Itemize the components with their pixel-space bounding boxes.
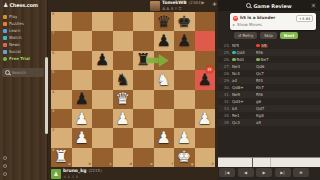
square-g7[interactable]: ♟: [174, 31, 195, 50]
square-h2[interactable]: [195, 128, 216, 147]
black-knight-d5[interactable]: ♞: [116, 71, 130, 87]
square-e6[interactable]: ♜: [133, 51, 154, 70]
social-icon: [3, 50, 7, 54]
move-text: a5: [256, 121, 261, 125]
black-move[interactable]: Kg8: [256, 114, 280, 118]
best-move-icon: [256, 58, 260, 62]
white-pawn-g2[interactable]: ♟: [177, 129, 191, 145]
square-g5[interactable]: [174, 70, 195, 89]
square-f4[interactable]: [154, 90, 175, 109]
show-moves-label: Show Moves: [237, 23, 262, 27]
rank-label: 5: [52, 71, 54, 75]
move-row: 28.Nc4Qc7: [218, 70, 320, 77]
move-text: Ne5: [232, 93, 240, 97]
move-text: Rf6: [256, 93, 263, 97]
square-a5[interactable]: 5: [51, 70, 72, 89]
move-text: Nc4: [232, 72, 240, 76]
square-c2[interactable]: [92, 128, 113, 147]
square-h5[interactable]: ♟: [195, 70, 216, 89]
square-e7[interactable]: [133, 31, 154, 50]
file-label: a: [68, 163, 70, 167]
black-pawn-c6[interactable]: ♟: [95, 52, 109, 68]
blunder-headline: h5 is a blunder: [240, 16, 294, 20]
square-a8[interactable]: 8: [51, 12, 72, 31]
bottom-player-captured-pieces: ♟♟♝♞: [63, 175, 102, 179]
blunder-card: ?? h5 is a blunder +3.84 ▸ Show Moves: [230, 13, 316, 30]
move-text: Ne3: [232, 65, 240, 69]
black-queen-f8[interactable]: ♛: [157, 13, 171, 29]
move-text: a4: [232, 79, 237, 83]
board-flip-icon[interactable]: *: [201, 1, 204, 7]
square-g1[interactable]: g♚: [174, 148, 195, 167]
square-d7[interactable]: [113, 31, 134, 50]
square-h1[interactable]: h: [195, 148, 216, 167]
square-c7[interactable]: [92, 31, 113, 50]
white-pawn-d3[interactable]: ♟: [116, 110, 130, 126]
first-move-button[interactable]: |◀: [219, 168, 235, 177]
search-label: Search: [12, 71, 26, 75]
blunder-card-badge-icon: ??: [233, 16, 238, 21]
move-number: 27.: [220, 64, 232, 69]
bottom-player-rating: (2215): [88, 169, 101, 173]
move-text: Rf4: [256, 79, 263, 83]
white-king-g1[interactable]: ♚: [177, 149, 191, 165]
black-move[interactable]: h5: [256, 44, 280, 48]
black-move[interactable]: a5: [256, 121, 280, 125]
black-king-g8[interactable]: ♚: [177, 13, 191, 29]
square-g8[interactable]: ♚: [174, 12, 195, 31]
white-move[interactable]: Ne5: [232, 93, 256, 97]
square-e4[interactable]: [133, 90, 154, 109]
retry-button[interactable]: ↺ Retry: [234, 32, 257, 39]
square-d2[interactable]: [113, 128, 134, 147]
move-text: Nf5: [232, 44, 239, 48]
black-pawn-g7[interactable]: ♟: [177, 33, 191, 49]
play-icon: [3, 15, 7, 19]
move-text: Kh7: [256, 86, 264, 90]
eval-graph-hover-marker: [270, 158, 271, 167]
square-h8[interactable]: [195, 12, 216, 31]
move-number: 30.: [220, 85, 232, 90]
white-move[interactable]: Rd1: [232, 58, 256, 62]
white-pawn-h3[interactable]: ♟: [198, 110, 212, 126]
eval-graph-current-marker: [252, 158, 253, 167]
square-h3[interactable]: ♟: [195, 109, 216, 128]
watch-icon: [3, 36, 7, 40]
square-d5[interactable]: ♞: [113, 70, 134, 89]
square-b7[interactable]: [72, 31, 93, 50]
white-pawn-b2[interactable]: ♟: [75, 129, 89, 145]
black-pawn-h5[interactable]: ♟: [198, 71, 212, 87]
black-move[interactable]: g6: [256, 100, 280, 104]
panel-title: Game Review: [253, 3, 291, 9]
square-f6[interactable]: [154, 51, 175, 70]
sidebar-item-label: Puzzles: [9, 22, 24, 26]
square-c1[interactable]: c: [92, 148, 113, 167]
square-a7[interactable]: 7: [51, 31, 72, 50]
move-number: 25.: [220, 50, 232, 55]
white-move[interactable]: b4: [232, 107, 256, 111]
move-text: h5: [261, 44, 268, 48]
black-move[interactable]: Ne7: [256, 58, 280, 62]
square-f1[interactable]: f: [154, 148, 175, 167]
move-number: 34.: [220, 113, 232, 118]
white-move[interactable]: Nf5: [232, 44, 256, 48]
next-move-button[interactable]: ▶: [256, 168, 272, 177]
move-text: Ne7: [261, 58, 269, 62]
chesscom-logo[interactable]: ♟ Chess.com: [3, 2, 38, 8]
black-move[interactable]: Qd6: [256, 65, 280, 69]
sidebar-item-language[interactable]: [3, 156, 7, 160]
square-f3[interactable]: [154, 109, 175, 128]
move-text: Qd3+: [232, 100, 244, 104]
puzzles-icon: [3, 22, 7, 26]
move-text: Rd1: [237, 58, 245, 62]
sidebar-item-free-trial[interactable]: Free Trial: [0, 55, 47, 62]
evaluation-graph[interactable]: [218, 157, 320, 167]
sidebar-item-label: News: [9, 43, 20, 47]
square-e1[interactable]: e: [133, 148, 154, 167]
white-move[interactable]: Qc3: [232, 121, 256, 125]
globe-icon: [3, 156, 7, 160]
move-text: Re1: [232, 114, 240, 118]
square-a1[interactable]: 1a♜: [51, 148, 72, 167]
move-number: 32.: [220, 99, 232, 104]
move-row: 34.Re1Kg8: [218, 112, 320, 119]
game-review-panel: Game Review ?? h5 is a blunder +3.84 ▸ S…: [218, 0, 320, 180]
black-pawn-f7[interactable]: ♟: [157, 33, 171, 49]
skip-button[interactable]: Skip: [260, 32, 277, 39]
move-number: 35.: [220, 120, 232, 125]
panel-header: Game Review: [218, 0, 320, 11]
sidebar: ♟ Chess.com PlayPuzzlesLearnWatchNewsSoc…: [0, 0, 48, 180]
sidebar-item-social[interactable]: Social: [0, 48, 47, 55]
square-g6[interactable]: [174, 51, 195, 70]
black-pawn-b4[interactable]: ♟: [75, 91, 89, 107]
news-icon: [3, 43, 7, 47]
black-move[interactable]: Qd7: [256, 107, 280, 111]
settings-icon: [3, 172, 7, 176]
sidebar-menu: PlayPuzzlesLearnWatchNewsSocialFree Tria…: [0, 13, 47, 62]
sidebar-utilities: ?: [3, 156, 7, 176]
trial-icon: [3, 57, 7, 61]
move-row: 26.Rd1Ne7: [218, 56, 320, 63]
file-label: f: [171, 163, 173, 167]
chesscom-game-review-window: ♟ Chess.com PlayPuzzlesLearnWatchNewsSoc…: [0, 0, 320, 180]
white-move[interactable]: Qd4: [232, 51, 256, 55]
file-label: e: [150, 163, 152, 167]
square-g3[interactable]: [174, 109, 195, 128]
rank-label: 2: [52, 129, 54, 133]
rank-label: 4: [52, 91, 54, 95]
square-c4[interactable]: [92, 90, 113, 109]
board-add-icon[interactable]: +: [212, 1, 217, 7]
square-b1[interactable]: b: [72, 148, 93, 167]
white-rook-a1[interactable]: ♜: [54, 149, 68, 165]
logo-text: Chess.com: [9, 2, 37, 8]
move-navigation: |◀◀▶▶|≡: [219, 168, 309, 177]
square-g2[interactable]: ♟: [174, 128, 195, 147]
great-move-icon: [232, 51, 236, 55]
white-move[interactable]: Re1: [232, 114, 256, 118]
move-text: Qd7: [256, 107, 264, 111]
move-row: 25.Qd4Rf6: [218, 49, 320, 56]
move-text: Qd8+: [232, 86, 244, 90]
square-c6[interactable]: ♟: [92, 51, 113, 70]
square-h4[interactable]: [195, 90, 216, 109]
square-c3[interactable]: [92, 109, 113, 128]
sidebar-search[interactable]: Search: [2, 68, 44, 77]
top-player-bar: TomekWB (2384) ♙♙♗♘♖: [150, 0, 202, 12]
move-row: 30.Qd8+Kh7: [218, 84, 320, 91]
sidebar-item-learn[interactable]: Learn: [0, 27, 47, 34]
square-e5[interactable]: [133, 70, 154, 89]
move-text: Qd6: [256, 65, 264, 69]
rank-label: 6: [52, 52, 54, 56]
move-row: 27.Ne3Qd6: [218, 63, 320, 70]
white-move[interactable]: a4: [232, 79, 256, 83]
menu-button[interactable]: ≡: [293, 168, 309, 177]
sidebar-item-settings[interactable]: [3, 172, 7, 176]
sidebar-item-puzzles[interactable]: Puzzles: [0, 20, 47, 27]
rank-label: 3: [52, 110, 54, 114]
logo-pawn-icon: ♟: [3, 2, 8, 8]
move-row: 35.Qc3a5: [218, 119, 320, 126]
white-move[interactable]: Nc4: [232, 72, 256, 76]
square-f7[interactable]: ♟: [154, 31, 175, 50]
square-b2[interactable]: ♟: [72, 128, 93, 147]
search-icon: [5, 70, 10, 75]
move-row: 31.Ne5Rf6: [218, 91, 320, 98]
bottom-player-bar: ♟ bruno_kg (2215) ♟♟♝♞: [51, 168, 102, 180]
best-move-icon: [232, 58, 236, 62]
move-text: Qd4: [237, 51, 245, 55]
square-a2[interactable]: 2: [51, 128, 72, 147]
board-area: 8♛♚7♟♟6♟♜5♞♞♟4♟♛3♟♟♟2♟♟♟1a♜bcdefg♚h ??: [51, 12, 215, 167]
rank-label: 8: [52, 13, 54, 17]
black-move[interactable]: Rf6: [256, 93, 280, 97]
move-row: 32.Qd3+g6: [218, 98, 320, 105]
white-move[interactable]: Ne3: [232, 65, 256, 69]
trial-label: Free Trial: [9, 57, 30, 61]
move-text: Qc7: [256, 72, 264, 76]
move-row: 33.b4Qd7: [218, 105, 320, 112]
move-text: Qc3: [232, 121, 240, 125]
help-icon: ?: [3, 164, 7, 168]
square-a4[interactable]: 4: [51, 90, 72, 109]
white-queen-d4[interactable]: ♛: [116, 91, 130, 107]
bottom-player-avatar[interactable]: ♟: [51, 169, 61, 179]
move-text: Kg8: [256, 114, 264, 118]
move-row: 29.a4Rf4: [218, 77, 320, 84]
square-e2[interactable]: [133, 128, 154, 147]
sidebar-item-label: Watch: [9, 36, 21, 40]
sidebar-item-play[interactable]: Play: [0, 13, 47, 20]
gear-icon[interactable]: [311, 3, 316, 8]
move-number: 33.: [220, 106, 232, 111]
blunder-move-icon: [256, 44, 260, 48]
black-move[interactable]: Rf6: [256, 51, 280, 55]
sidebar-item-label: Social: [9, 50, 21, 54]
move-list: 24.Nf5h525.Qd4Rf626.Rd1Ne727.Ne3Qd628.Nc…: [218, 42, 320, 126]
square-d6[interactable]: [113, 51, 134, 70]
next-button[interactable]: Next: [280, 32, 299, 39]
file-label: b: [88, 163, 91, 167]
square-f8[interactable]: ♛: [154, 12, 175, 31]
show-moves-icon: ▸: [233, 23, 235, 27]
square-f5[interactable]: ♞: [154, 70, 175, 89]
black-move[interactable]: Qc7: [256, 72, 280, 76]
move-number: 31.: [220, 92, 232, 97]
top-player-captured-pieces: ♙♙♗♘♖: [162, 7, 202, 11]
sidebar-item-label: Learn: [9, 29, 20, 33]
sidebar-item-help[interactable]: ?: [3, 164, 7, 168]
sidebar-scrollbar[interactable]: [45, 57, 48, 134]
square-e3[interactable]: [133, 109, 154, 128]
square-b8[interactable]: [72, 12, 93, 31]
chess-board: 8♛♚7♟♟6♟♜5♞♞♟4♟♛3♟♟♟2♟♟♟1a♜bcdefg♚h: [51, 12, 215, 167]
black-move[interactable]: Kh7: [256, 86, 280, 90]
sidebar-item-news[interactable]: News: [0, 41, 47, 48]
black-move[interactable]: Rf4: [256, 79, 280, 83]
white-pawn-f2[interactable]: ♟: [157, 129, 171, 145]
learn-icon: [3, 29, 7, 33]
square-a3[interactable]: 3: [51, 109, 72, 128]
square-c8[interactable]: [92, 12, 113, 31]
move-row: 24.Nf5h5: [218, 42, 320, 49]
white-knight-f5[interactable]: ♞: [157, 71, 171, 87]
white-move[interactable]: Qd3+: [232, 100, 256, 104]
file-label: d: [129, 163, 132, 167]
sidebar-item-label: Play: [9, 15, 17, 19]
square-b5[interactable]: [72, 70, 93, 89]
top-player-avatar[interactable]: [150, 1, 160, 11]
move-text: Rf6: [256, 51, 263, 55]
move-text: g6: [256, 100, 261, 104]
move-number: 28.: [220, 71, 232, 76]
last-move-button[interactable]: ▶|: [275, 168, 291, 177]
black-rook-e6[interactable]: ♜: [136, 52, 150, 68]
square-f2[interactable]: ♟: [154, 128, 175, 147]
square-h7[interactable]: [195, 31, 216, 50]
file-label: h: [212, 163, 215, 167]
square-c5[interactable]: [92, 70, 113, 89]
sidebar-item-watch[interactable]: Watch: [0, 34, 47, 41]
square-a6[interactable]: 6: [51, 51, 72, 70]
square-b3[interactable]: ♟: [72, 109, 93, 128]
white-pawn-b3[interactable]: ♟: [75, 110, 89, 126]
square-d1[interactable]: d: [113, 148, 134, 167]
move-number: 26.: [220, 57, 232, 62]
show-moves-link[interactable]: ▸ Show Moves: [233, 23, 262, 27]
review-search-icon: [246, 3, 251, 8]
review-buttons: ↺ RetrySkipNext: [234, 32, 298, 39]
move-number: 29.: [220, 78, 232, 83]
square-e8[interactable]: [133, 12, 154, 31]
evaluation-pill: +3.84: [296, 15, 313, 22]
move-number: 24.: [220, 43, 232, 48]
file-label: c: [109, 163, 111, 167]
square-g4[interactable]: [174, 90, 195, 109]
square-d3[interactable]: ♟: [113, 109, 134, 128]
square-d8[interactable]: [113, 12, 134, 31]
square-d4[interactable]: ♛: [113, 90, 134, 109]
rank-label: 7: [52, 32, 54, 36]
previous-move-button[interactable]: ◀: [238, 168, 254, 177]
move-text: b4: [232, 107, 237, 111]
square-b6[interactable]: [72, 51, 93, 70]
square-b4[interactable]: ♟: [72, 90, 93, 109]
white-move[interactable]: Qd8+: [232, 86, 256, 90]
